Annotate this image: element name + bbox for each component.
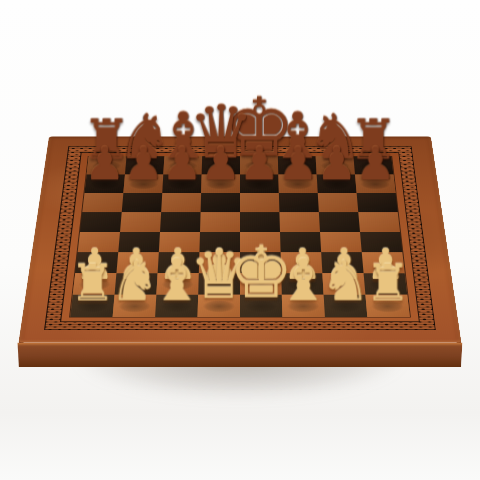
- square-f5: [279, 212, 320, 232]
- square-e5: [240, 212, 280, 232]
- piece-white-rook: ♜: [345, 259, 429, 307]
- square-h5: [358, 212, 400, 232]
- chess-board: ♜♞♝♛♚♝♞♜♟♟♟♟♟♟♟♟♟♟♟♟♟♟♟♟♜♞♝♛♚♝♞♜: [19, 137, 462, 343]
- piece-white-rook: ♜: [50, 259, 134, 307]
- square-a1: ♜: [70, 295, 114, 317]
- board-front-edge: [18, 343, 463, 367]
- square-b5: [120, 212, 161, 232]
- square-h1: ♜: [365, 295, 409, 317]
- product-photo-scene: ♜♞♝♛♚♝♞♜♟♟♟♟♟♟♟♟♟♟♟♟♟♟♟♟♜♞♝♛♚♝♞♜: [0, 0, 480, 480]
- square-g5: [319, 212, 360, 232]
- square-e1: ♚: [240, 295, 282, 317]
- square-c5: [160, 212, 201, 232]
- piece-black-pawn: ♟: [337, 142, 414, 185]
- square-d5: [200, 212, 240, 232]
- board-grid: ♜♞♝♛♚♝♞♜♟♟♟♟♟♟♟♟♟♟♟♟♟♟♟♟♜♞♝♛♚♝♞♜: [69, 156, 411, 318]
- square-a5: [80, 212, 122, 232]
- square-h7: ♟: [355, 174, 395, 193]
- piece-white-king: ♚: [219, 239, 303, 307]
